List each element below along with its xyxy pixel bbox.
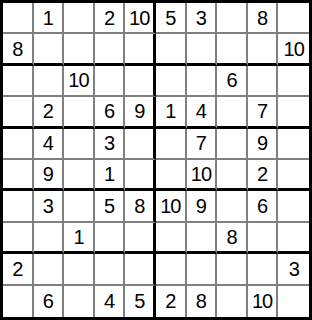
cell-r3c4[interactable] <box>95 66 126 97</box>
cell-r3c10[interactable] <box>278 66 309 97</box>
cell-r9c7[interactable] <box>187 254 218 285</box>
cell-r2c7[interactable] <box>187 34 218 65</box>
cell-r9c6[interactable] <box>156 254 187 285</box>
cell-r5c6[interactable] <box>156 129 187 160</box>
cell-r6c10[interactable] <box>278 160 309 191</box>
cell-r7c10[interactable] <box>278 191 309 222</box>
cell-r10c9: 10 <box>248 286 279 317</box>
cell-r9c4[interactable] <box>95 254 126 285</box>
cell-r9c8[interactable] <box>217 254 248 285</box>
cell-r5c5[interactable] <box>125 129 156 160</box>
cell-r5c1[interactable] <box>3 129 34 160</box>
cell-r10c1[interactable] <box>3 286 34 317</box>
cell-r1c3[interactable] <box>64 3 95 34</box>
cell-r3c2[interactable] <box>34 66 65 97</box>
cell-r6c6[interactable] <box>156 160 187 191</box>
cell-r4c2: 2 <box>34 97 65 128</box>
cell-r5c9: 9 <box>248 129 279 160</box>
cell-r2c10: 10 <box>278 34 309 65</box>
cell-r6c4: 1 <box>95 160 126 191</box>
cell-r8c3: 1 <box>64 223 95 254</box>
cell-r7c8[interactable] <box>217 191 248 222</box>
cell-r6c7: 10 <box>187 160 218 191</box>
cell-r10c3[interactable] <box>64 286 95 317</box>
cell-r8c1[interactable] <box>3 223 34 254</box>
cell-r8c7[interactable] <box>187 223 218 254</box>
cell-r10c4: 4 <box>95 286 126 317</box>
cell-r4c7: 4 <box>187 97 218 128</box>
cell-r10c7: 8 <box>187 286 218 317</box>
cell-r5c4: 3 <box>95 129 126 160</box>
cell-r4c4: 6 <box>95 97 126 128</box>
cell-r6c9: 2 <box>248 160 279 191</box>
cell-r10c5: 5 <box>125 286 156 317</box>
cell-r9c5[interactable] <box>125 254 156 285</box>
cell-r10c2: 6 <box>34 286 65 317</box>
cell-r3c6[interactable] <box>156 66 187 97</box>
cell-r8c5[interactable] <box>125 223 156 254</box>
cell-r4c6: 1 <box>156 97 187 128</box>
cell-r2c4[interactable] <box>95 34 126 65</box>
cell-r3c8: 6 <box>217 66 248 97</box>
cell-r7c3[interactable] <box>64 191 95 222</box>
cell-r7c1[interactable] <box>3 191 34 222</box>
cell-r2c5[interactable] <box>125 34 156 65</box>
cell-r5c10[interactable] <box>278 129 309 160</box>
cell-r8c4[interactable] <box>95 223 126 254</box>
cell-r1c10[interactable] <box>278 3 309 34</box>
cell-r3c3: 10 <box>64 66 95 97</box>
cell-r2c2[interactable] <box>34 34 65 65</box>
cell-r3c1[interactable] <box>3 66 34 97</box>
cell-r2c3[interactable] <box>64 34 95 65</box>
cell-r4c9: 7 <box>248 97 279 128</box>
cell-r3c7[interactable] <box>187 66 218 97</box>
cell-r1c4: 2 <box>95 3 126 34</box>
cell-r8c2[interactable] <box>34 223 65 254</box>
cell-r8c8: 8 <box>217 223 248 254</box>
cell-r4c10[interactable] <box>278 97 309 128</box>
cell-r8c6[interactable] <box>156 223 187 254</box>
cell-r5c7: 7 <box>187 129 218 160</box>
cell-r9c10: 3 <box>278 254 309 285</box>
cell-r6c3[interactable] <box>64 160 95 191</box>
cell-r8c10[interactable] <box>278 223 309 254</box>
cell-r7c2: 3 <box>34 191 65 222</box>
cell-r1c7: 3 <box>187 3 218 34</box>
cell-r2c1: 8 <box>3 34 34 65</box>
cell-r9c2[interactable] <box>34 254 65 285</box>
cell-r7c6: 10 <box>156 191 187 222</box>
cell-r2c6[interactable] <box>156 34 187 65</box>
cell-r1c2: 1 <box>34 3 65 34</box>
cell-r7c7: 9 <box>187 191 218 222</box>
cell-r1c8[interactable] <box>217 3 248 34</box>
cell-r3c5[interactable] <box>125 66 156 97</box>
cell-r3c9[interactable] <box>248 66 279 97</box>
cell-r6c2: 9 <box>34 160 65 191</box>
cell-r1c1[interactable] <box>3 3 34 34</box>
cell-r9c3[interactable] <box>64 254 95 285</box>
cell-r4c3[interactable] <box>64 97 95 128</box>
cell-r4c1[interactable] <box>3 97 34 128</box>
cell-r9c1: 2 <box>3 254 34 285</box>
cell-r9c9[interactable] <box>248 254 279 285</box>
cell-r2c8[interactable] <box>217 34 248 65</box>
cell-r1c5: 10 <box>125 3 156 34</box>
cell-r1c9: 8 <box>248 3 279 34</box>
cell-r5c8[interactable] <box>217 129 248 160</box>
cell-r10c6: 2 <box>156 286 187 317</box>
cell-r1c6: 5 <box>156 3 187 34</box>
cell-r8c9[interactable] <box>248 223 279 254</box>
cell-r7c4: 5 <box>95 191 126 222</box>
sudoku-board: 1210538810106269147437991102358109618236… <box>0 0 312 320</box>
cell-r5c2: 4 <box>34 129 65 160</box>
cell-r10c10[interactable] <box>278 286 309 317</box>
cell-r10c8[interactable] <box>217 286 248 317</box>
cell-r6c5[interactable] <box>125 160 156 191</box>
cell-r4c8[interactable] <box>217 97 248 128</box>
cell-r4c5: 9 <box>125 97 156 128</box>
cell-r7c9: 6 <box>248 191 279 222</box>
cell-r6c1[interactable] <box>3 160 34 191</box>
cell-r6c8[interactable] <box>217 160 248 191</box>
cell-r5c3[interactable] <box>64 129 95 160</box>
cell-r2c9[interactable] <box>248 34 279 65</box>
cell-r7c5: 8 <box>125 191 156 222</box>
